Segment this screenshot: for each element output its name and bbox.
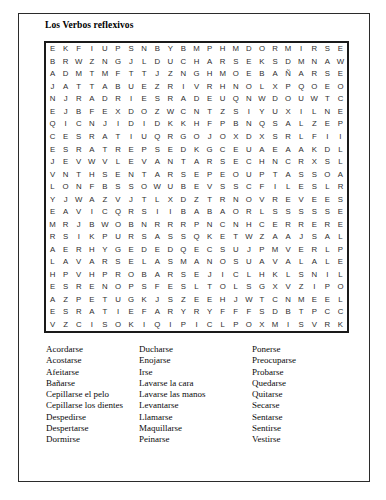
grid-cell: K: [190, 143, 203, 156]
grid-cell: M: [72, 68, 85, 81]
grid-cell: S: [138, 206, 151, 219]
grid-cell: D: [190, 93, 203, 106]
grid-cell: Q: [295, 81, 308, 94]
grid-cell: R: [164, 306, 177, 319]
grid-cell: R: [46, 231, 59, 244]
grid-cell: E: [334, 206, 347, 219]
grid-cell: E: [111, 168, 124, 181]
word-list-item: Ponerse: [252, 344, 296, 355]
grid-cell: L: [190, 281, 203, 294]
grid-cell: A: [46, 293, 59, 306]
grid-cell: E: [190, 268, 203, 281]
grid-cell: A: [85, 143, 98, 156]
grid-cell: A: [46, 68, 59, 81]
grid-cell: K: [308, 143, 321, 156]
grid-cell: R: [59, 56, 72, 69]
grid-cell: R: [72, 306, 85, 319]
grid-cell: I: [216, 268, 229, 281]
grid-cell: E: [321, 293, 334, 306]
grid-cell: E: [164, 281, 177, 294]
grid-cell: R: [308, 43, 321, 56]
grid-cell: P: [111, 43, 124, 56]
grid-cell: H: [85, 268, 98, 281]
grid-cell: U: [242, 143, 255, 156]
grid-cell: E: [125, 256, 138, 269]
grid-cell: U: [164, 181, 177, 194]
grid-cell: E: [334, 256, 347, 269]
grid-cell: Z: [151, 81, 164, 94]
grid-cell: R: [111, 143, 124, 156]
grid-cell: B: [85, 218, 98, 231]
grid-cell: G: [111, 56, 124, 69]
grid-border-box: EKFIUPSNBYBMPHMDORMIRSEBRWZNGJLDUCHARSEK…: [44, 41, 349, 333]
grid-cell: N: [229, 193, 242, 206]
grid-cell: N: [46, 93, 59, 106]
grid-cell: A: [255, 256, 268, 269]
grid-cell: F: [151, 281, 164, 294]
grid-cell: S: [308, 231, 321, 244]
grid-cell: P: [334, 118, 347, 131]
grid-cell: Y: [98, 243, 111, 256]
grid-cell: T: [138, 193, 151, 206]
grid-cell: R: [268, 43, 281, 56]
grid-cell: D: [138, 243, 151, 256]
grid-cell: B: [138, 268, 151, 281]
grid-cell: I: [242, 106, 255, 119]
word-list-item: Peinarse: [139, 434, 205, 445]
grid-cell: E: [59, 243, 72, 256]
grid-cell: L: [46, 181, 59, 194]
word-list-item: Levantarse: [139, 400, 205, 411]
grid-cell: J: [242, 243, 255, 256]
grid-cell: S: [308, 181, 321, 194]
grid-cell: E: [295, 243, 308, 256]
grid-cell: A: [190, 206, 203, 219]
grid-cell: A: [151, 256, 164, 269]
grid-cell: O: [216, 281, 229, 294]
grid-cell: X: [268, 281, 281, 294]
grid-cell: I: [111, 118, 124, 131]
grid-cell: S: [138, 231, 151, 244]
grid-cell: O: [190, 131, 203, 144]
word-list-item: Secarse: [252, 400, 296, 411]
grid-cell: U: [125, 81, 138, 94]
grid-cell: B: [177, 43, 190, 56]
grid-cell: S: [59, 231, 72, 244]
grid-cell: V: [72, 206, 85, 219]
grid-cell: D: [125, 106, 138, 119]
grid-cell: N: [229, 81, 242, 94]
grid-cell: D: [242, 131, 255, 144]
grid-cell: O: [111, 218, 124, 231]
word-list-item: Irse: [139, 367, 205, 378]
grid-cell: M: [46, 218, 59, 231]
grid-cell: A: [98, 131, 111, 144]
grid-cell: L: [138, 256, 151, 269]
grid-cell: A: [255, 143, 268, 156]
grid-cell: J: [151, 293, 164, 306]
word-list-item: Preocuparse: [252, 355, 296, 366]
grid-cell: O: [111, 281, 124, 294]
grid-cell: E: [190, 293, 203, 306]
grid-cell: N: [125, 168, 138, 181]
grid-cell: P: [282, 81, 295, 94]
grid-cell: K: [138, 293, 151, 306]
grid-cell: M: [177, 256, 190, 269]
grid-cell: C: [177, 56, 190, 69]
grid-cell: N: [98, 56, 111, 69]
grid-cell: P: [216, 118, 229, 131]
grid-cell: A: [151, 156, 164, 169]
grid-cell: Z: [98, 193, 111, 206]
word-list-item: Enojarse: [139, 355, 205, 366]
grid-cell: E: [46, 281, 59, 294]
grid-cell: O: [59, 181, 72, 194]
grid-cell: C: [203, 243, 216, 256]
grid-cell: B: [229, 118, 242, 131]
grid-cell: L: [321, 256, 334, 269]
grid-cell: P: [125, 281, 138, 294]
grid-cell: K: [85, 231, 98, 244]
grid-cell: S: [216, 156, 229, 169]
grid-cell: A: [295, 68, 308, 81]
grid-cell: L: [308, 106, 321, 119]
grid-cell: L: [255, 81, 268, 94]
word-list-item: Acostarse: [46, 355, 123, 366]
grid-cell: J: [98, 118, 111, 131]
grid-cell: S: [164, 231, 177, 244]
grid-cell: A: [85, 306, 98, 319]
grid-cell: A: [321, 56, 334, 69]
grid-cell: O: [242, 193, 255, 206]
grid-cell: L: [151, 193, 164, 206]
grid-cell: A: [282, 256, 295, 269]
word-list-item: Vestirse: [252, 434, 296, 445]
grid-cell: M: [295, 56, 308, 69]
grid-cell: O: [216, 131, 229, 144]
grid-cell: X: [268, 81, 281, 94]
grid-cell: R: [177, 218, 190, 231]
grid-cell: S: [282, 206, 295, 219]
grid-cell: A: [295, 143, 308, 156]
grid-cell: R: [282, 131, 295, 144]
grid-cell: R: [72, 93, 85, 106]
grid-cell: J: [46, 156, 59, 169]
grid-cell: Q: [151, 318, 164, 331]
grid-cell: L: [334, 143, 347, 156]
grid-cell: A: [282, 143, 295, 156]
grid-cell: V: [190, 81, 203, 94]
grid-cell: E: [216, 168, 229, 181]
grid-cell: J: [295, 231, 308, 244]
grid-cell: E: [85, 281, 98, 294]
grid-cell: E: [85, 293, 98, 306]
grid-cell: N: [282, 293, 295, 306]
word-list-item: Sentirse: [252, 423, 296, 434]
word-list-item: Probarse: [252, 367, 296, 378]
grid-cell: U: [229, 243, 242, 256]
grid-cell: A: [190, 156, 203, 169]
grid-cell: P: [255, 243, 268, 256]
grid-cell: Z: [190, 193, 203, 206]
grid-cell: R: [190, 306, 203, 319]
grid-cell: F: [229, 306, 242, 319]
grid-cell: T: [177, 156, 190, 169]
grid-cell: P: [255, 168, 268, 181]
grid-cell: J: [46, 81, 59, 94]
grid-cell: H: [216, 293, 229, 306]
grid-cell: R: [72, 281, 85, 294]
grid-cell: I: [321, 131, 334, 144]
grid-cell: N: [85, 118, 98, 131]
grid-cell: M: [268, 318, 281, 331]
grid-cell: U: [164, 56, 177, 69]
grid-cell: A: [85, 93, 98, 106]
grid-cell: G: [203, 143, 216, 156]
grid-cell: M: [229, 43, 242, 56]
grid-cell: D: [242, 43, 255, 56]
grid-cell: A: [59, 81, 72, 94]
grid-cell: E: [151, 243, 164, 256]
grid-cell: P: [334, 243, 347, 256]
grid-cell: C: [98, 206, 111, 219]
grid-cell: D: [125, 118, 138, 131]
grid-cell: D: [151, 56, 164, 69]
grid-cell: R: [321, 318, 334, 331]
grid-cell: P: [98, 268, 111, 281]
grid-cell: B: [255, 68, 268, 81]
grid-cell: G: [125, 293, 138, 306]
grid-cell: C: [72, 118, 85, 131]
word-list-item: Quedarse: [252, 378, 296, 389]
grid-cell: S: [229, 56, 242, 69]
word-list-item: Cepillarse el pelo: [46, 389, 123, 400]
grid-cell: K: [268, 268, 281, 281]
grid-cell: J: [229, 293, 242, 306]
grid-cell: U: [111, 293, 124, 306]
grid-cell: P: [98, 231, 111, 244]
grid-cell: O: [255, 43, 268, 56]
grid-cell: S: [59, 281, 72, 294]
grid-cell: J: [72, 218, 85, 231]
grid-cell: V: [72, 256, 85, 269]
grid-cell: S: [98, 168, 111, 181]
grid-cell: W: [334, 56, 347, 69]
grid-cell: X: [111, 106, 124, 119]
grid-cell: R: [125, 231, 138, 244]
grid-cell: E: [308, 293, 321, 306]
grid-cell: O: [229, 68, 242, 81]
grid-cell: V: [255, 193, 268, 206]
grid-cell: F: [85, 181, 98, 194]
word-list-column-3: PonersePreocuparseProbarseQuedarseQuitar…: [252, 344, 296, 446]
grid-cell: H: [242, 218, 255, 231]
grid-cell: E: [268, 218, 281, 231]
grid-cell: R: [334, 181, 347, 194]
grid-cell: C: [334, 93, 347, 106]
grid-cell: E: [229, 156, 242, 169]
grid-cell: E: [98, 106, 111, 119]
grid-cell: H: [203, 68, 216, 81]
grid-cell: S: [321, 206, 334, 219]
grid-cell: Z: [85, 56, 98, 69]
grid-cell: N: [177, 68, 190, 81]
grid-cell: G: [255, 281, 268, 294]
word-list-item: Despertarse: [46, 423, 123, 434]
grid-cell: I: [321, 268, 334, 281]
grid-cell: C: [242, 156, 255, 169]
grid-cell: P: [308, 306, 321, 319]
grid-cell: L: [334, 268, 347, 281]
grid-cell: S: [125, 181, 138, 194]
grid-cell: J: [203, 131, 216, 144]
grid-cell: N: [268, 156, 281, 169]
grid-cell: Q: [190, 231, 203, 244]
grid-cell: L: [295, 131, 308, 144]
grid-cell: M: [216, 68, 229, 81]
grid-cell: E: [190, 168, 203, 181]
word-list-item: Cepillarse los dientes: [46, 400, 123, 411]
grid-cell: L: [46, 256, 59, 269]
grid-cell: P: [203, 43, 216, 56]
grid-cell: A: [151, 306, 164, 319]
grid-cell: S: [98, 318, 111, 331]
grid-cell: K: [334, 318, 347, 331]
grid-cell: O: [321, 168, 334, 181]
grid-cell: E: [229, 143, 242, 156]
grid-cell: T: [72, 81, 85, 94]
grid-cell: X: [282, 106, 295, 119]
grid-cell: E: [308, 193, 321, 206]
grid-cell: B: [46, 56, 59, 69]
grid-cell: S: [111, 181, 124, 194]
grid-cell: S: [177, 281, 190, 294]
grid-cell: O: [334, 81, 347, 94]
grid-cell: I: [295, 43, 308, 56]
grid-cell: V: [72, 268, 85, 281]
grid-cell: H: [216, 81, 229, 94]
grid-cell: O: [125, 268, 138, 281]
grid-cell: V: [46, 168, 59, 181]
grid-cell: V: [98, 156, 111, 169]
grid-cell: D: [321, 143, 334, 156]
grid-cell: V: [138, 156, 151, 169]
grid-cell: P: [321, 281, 334, 294]
grid-cell: R: [151, 218, 164, 231]
grid-cell: R: [164, 218, 177, 231]
grid-cell: C: [321, 306, 334, 319]
grid-cell: C: [216, 218, 229, 231]
grid-cell: Q: [177, 243, 190, 256]
grid-cell: E: [46, 306, 59, 319]
grid-cell: A: [190, 256, 203, 269]
grid-cell: A: [268, 231, 281, 244]
grid-cell: S: [321, 68, 334, 81]
grid-cell: V: [203, 181, 216, 194]
grid-cell: S: [295, 268, 308, 281]
grid-cell: B: [72, 106, 85, 119]
grid-cell: E: [46, 43, 59, 56]
grid-cell: N: [242, 118, 255, 131]
grid-cell: J: [125, 193, 138, 206]
grid-cell: K: [203, 231, 216, 244]
grid-cell: F: [138, 306, 151, 319]
grid-cell: X: [164, 193, 177, 206]
grid-cell: O: [308, 81, 321, 94]
word-list-item: Lavarse las manos: [139, 389, 205, 400]
grid-cell: S: [268, 56, 281, 69]
grid-cell: S: [308, 206, 321, 219]
grid-cell: L: [282, 268, 295, 281]
grid-cell: T: [98, 143, 111, 156]
grid-cell: S: [125, 43, 138, 56]
grid-cell: K: [177, 118, 190, 131]
grid-cell: A: [46, 243, 59, 256]
grid-cell: A: [151, 268, 164, 281]
grid-cell: S: [177, 268, 190, 281]
grid-cell: K: [59, 43, 72, 56]
grid-cell: I: [138, 318, 151, 331]
grid-cell: S: [242, 281, 255, 294]
word-list-item: Maquillarse: [139, 423, 205, 434]
grid-cell: D: [59, 68, 72, 81]
grid-cell: S: [295, 318, 308, 331]
grid-cell: E: [216, 231, 229, 244]
grid-cell: V: [308, 318, 321, 331]
grid-cell: L: [295, 256, 308, 269]
grid-cell: N: [138, 218, 151, 231]
grid-cell: N: [59, 168, 72, 181]
grid-cell: A: [282, 231, 295, 244]
grid-cell: E: [164, 143, 177, 156]
grid-cell: Z: [59, 318, 72, 331]
grid-cell: L: [321, 181, 334, 194]
grid-cell: P: [190, 218, 203, 231]
grid-cell: D: [98, 93, 111, 106]
grid-cell: A: [268, 68, 281, 81]
grid-cell: R: [203, 156, 216, 169]
grid-cell: O: [229, 206, 242, 219]
grid-cell: D: [151, 118, 164, 131]
grid-cell: N: [138, 43, 151, 56]
grid-cell: S: [268, 206, 281, 219]
grid-cell: H: [255, 268, 268, 281]
word-list-item: Ducharse: [139, 344, 205, 355]
grid-cell: S: [295, 168, 308, 181]
grid-cell: F: [216, 306, 229, 319]
grid-cell: R: [164, 168, 177, 181]
grid-cell: T: [72, 168, 85, 181]
grid-cell: R: [98, 256, 111, 269]
grid-cell: W: [308, 93, 321, 106]
grid-cell: M: [190, 43, 203, 56]
grid-cell: I: [85, 43, 98, 56]
grid-cell: E: [334, 43, 347, 56]
grid-cell: Z: [164, 68, 177, 81]
page-title: Los Verbos reflexivos: [45, 20, 133, 30]
grid-cell: C: [334, 306, 347, 319]
grid-cell: C: [268, 293, 281, 306]
grid-cell: A: [59, 256, 72, 269]
grid-cell: U: [242, 168, 255, 181]
grid-cell: I: [72, 231, 85, 244]
grid-cell: E: [321, 193, 334, 206]
grid-cell: S: [164, 256, 177, 269]
word-list-item: Sentarse: [252, 412, 296, 423]
grid-cell: Q: [229, 93, 242, 106]
word-list-item: Dormirse: [46, 434, 123, 445]
grid-cell: A: [282, 118, 295, 131]
